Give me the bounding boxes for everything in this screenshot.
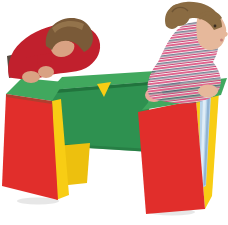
left-pillar-front xyxy=(2,94,58,200)
boy-right-hand xyxy=(38,66,54,78)
boy-left-hand xyxy=(22,71,40,83)
right-pillar-front xyxy=(138,100,205,214)
girl-hand xyxy=(198,85,218,98)
girl-mouth xyxy=(220,39,223,42)
beam-front xyxy=(50,82,151,152)
soft-play-scene: Product photo: two toddlers playing on a… xyxy=(0,0,228,225)
girl-eye xyxy=(214,25,217,28)
product-photo: Product photo: two toddlers playing on a… xyxy=(0,0,228,225)
